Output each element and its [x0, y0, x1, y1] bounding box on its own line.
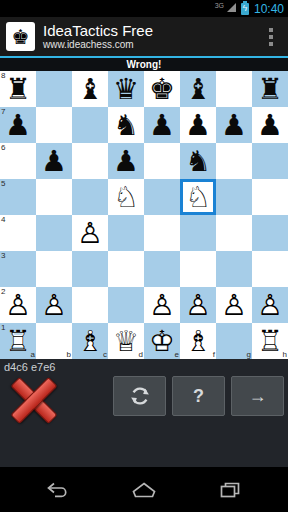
square-f3[interactable]	[180, 251, 216, 287]
piece-white-pawn: ♟♙	[0, 287, 36, 323]
question-mark-icon: ?	[193, 386, 204, 407]
android-nav-bar	[0, 467, 288, 512]
square-h2[interactable]: ♟♙	[252, 287, 288, 323]
bottom-panel: d4c6 e7e6 ?	[0, 359, 288, 467]
rank-label-4: 4	[1, 215, 5, 224]
square-b3[interactable]	[36, 251, 72, 287]
square-a1[interactable]: 1a♜♖	[0, 323, 36, 359]
back-icon[interactable]	[41, 475, 75, 505]
square-e4[interactable]	[144, 215, 180, 251]
piece-black-rook: ♜	[0, 71, 36, 107]
piece-white-pawn: ♟♙	[72, 215, 108, 251]
square-a8[interactable]: 8♜	[0, 71, 36, 107]
square-f8[interactable]: ♝	[180, 71, 216, 107]
square-g2[interactable]: ♟♙	[216, 287, 252, 323]
piece-white-bishop: ♝♗	[180, 323, 216, 359]
battery-charging-icon: ϟ	[241, 3, 249, 15]
recents-icon[interactable]	[213, 475, 247, 505]
piece-white-king: ♚♔	[144, 323, 180, 359]
square-a7[interactable]: 7♟	[0, 107, 36, 143]
square-f4[interactable]	[180, 215, 216, 251]
square-a5[interactable]: 5	[0, 179, 36, 215]
square-b6[interactable]: ♟	[36, 143, 72, 179]
file-label-g: g	[247, 350, 251, 359]
piece-white-rook: ♜♖	[0, 323, 36, 359]
square-a4[interactable]: 4	[0, 215, 36, 251]
square-e1[interactable]: e♚♔	[144, 323, 180, 359]
square-a3[interactable]: 3	[0, 251, 36, 287]
square-e6[interactable]	[144, 143, 180, 179]
action-bar: ♚ IdeaTactics Free www.ideachess.com	[0, 17, 288, 56]
piece-black-pawn: ♟	[36, 143, 72, 179]
square-e8[interactable]: ♚	[144, 71, 180, 107]
piece-black-knight: ♞	[180, 143, 216, 179]
square-h3[interactable]	[252, 251, 288, 287]
square-b8[interactable]	[36, 71, 72, 107]
square-c6[interactable]	[72, 143, 108, 179]
square-a6[interactable]: 6	[0, 143, 36, 179]
square-c2[interactable]	[72, 287, 108, 323]
piece-white-pawn: ♟♙	[144, 287, 180, 323]
piece-white-pawn: ♟♙	[36, 287, 72, 323]
square-b5[interactable]	[36, 179, 72, 215]
phone-screen: 3G ϟ 10:40 ♚ IdeaTactics Free www.ideach…	[0, 0, 288, 512]
square-g1[interactable]: g	[216, 323, 252, 359]
square-d4[interactable]	[108, 215, 144, 251]
piece-black-pawn: ♟	[216, 107, 252, 143]
rank-label-5: 5	[1, 179, 5, 188]
piece-white-rook: ♜♖	[252, 323, 288, 359]
piece-black-bishop: ♝	[180, 71, 216, 107]
piece-black-knight: ♞	[108, 107, 144, 143]
square-h7[interactable]: ♟	[252, 107, 288, 143]
red-x-icon	[10, 378, 56, 422]
piece-white-knight: ♞♘	[108, 179, 144, 215]
overflow-menu-icon[interactable]	[262, 21, 280, 52]
square-f6[interactable]: ♞	[180, 143, 216, 179]
piece-black-king: ♚	[144, 71, 180, 107]
square-f7[interactable]: ♟	[180, 107, 216, 143]
rank-label-6: 6	[1, 143, 5, 152]
square-e3[interactable]	[144, 251, 180, 287]
square-f1[interactable]: f♝♗	[180, 323, 216, 359]
square-h4[interactable]	[252, 215, 288, 251]
piece-black-rook: ♜	[252, 71, 288, 107]
square-g8[interactable]	[216, 71, 252, 107]
arrow-right-icon: →	[249, 386, 267, 407]
lightning-bolt-icon: ϟ	[243, 4, 248, 13]
square-c3[interactable]	[72, 251, 108, 287]
piece-white-queen: ♛♕	[108, 323, 144, 359]
app-title: IdeaTactics Free	[43, 22, 153, 39]
square-c5[interactable]	[72, 179, 108, 215]
square-b1[interactable]: b	[36, 323, 72, 359]
clock-time: 10:40	[254, 2, 284, 16]
piece-black-pawn: ♟	[0, 107, 36, 143]
action-bar-titles: IdeaTactics Free www.ideachess.com	[43, 22, 153, 51]
square-d7[interactable]: ♞	[108, 107, 144, 143]
hint-button[interactable]: ?	[172, 376, 225, 416]
retry-button[interactable]	[113, 376, 166, 416]
refresh-icon	[129, 385, 151, 407]
piece-black-pawn: ♟	[252, 107, 288, 143]
square-h6[interactable]	[252, 143, 288, 179]
square-d2[interactable]	[108, 287, 144, 323]
piece-black-pawn: ♟	[180, 107, 216, 143]
square-g3[interactable]	[216, 251, 252, 287]
status-bar: 3G ϟ 10:40	[0, 0, 288, 17]
piece-black-pawn: ♟	[144, 107, 180, 143]
chess-board: 8♜♝♛♚♝♜7♟♞♟♟♟♟6♟♟♞5♞♘♞♘4♟♙32♟♙♟♙♟♙♟♙♟♙♟♙…	[0, 71, 288, 359]
square-e5[interactable]	[144, 179, 180, 215]
square-b2[interactable]: ♟♙	[36, 287, 72, 323]
square-b4[interactable]	[36, 215, 72, 251]
square-d3[interactable]	[108, 251, 144, 287]
square-f2[interactable]: ♟♙	[180, 287, 216, 323]
piece-white-pawn: ♟♙	[252, 287, 288, 323]
square-c8[interactable]: ♝	[72, 71, 108, 107]
piece-white-bishop: ♝♗	[72, 323, 108, 359]
network-type-label: 3G	[215, 2, 224, 9]
signal-strength-icon	[227, 3, 236, 12]
app-subtitle: www.ideachess.com	[43, 39, 153, 51]
home-icon[interactable]	[127, 475, 161, 505]
app-logo-icon: ♚	[6, 22, 35, 51]
piece-white-knight: ♞♘	[180, 179, 216, 215]
piece-black-bishop: ♝	[72, 71, 108, 107]
square-g5[interactable]	[216, 179, 252, 215]
piece-black-queen: ♛	[108, 71, 144, 107]
square-g7[interactable]: ♟	[216, 107, 252, 143]
square-c1[interactable]: c♝♗	[72, 323, 108, 359]
piece-black-pawn: ♟	[108, 143, 144, 179]
square-d8[interactable]: ♛	[108, 71, 144, 107]
file-label-b: b	[67, 350, 71, 359]
square-h1[interactable]: h♜♖	[252, 323, 288, 359]
square-d5[interactable]: ♞♘	[108, 179, 144, 215]
result-banner: Wrong!	[0, 58, 288, 71]
square-d1[interactable]: d♛♕	[108, 323, 144, 359]
square-g6[interactable]	[216, 143, 252, 179]
puzzle-controls: ? →	[113, 376, 284, 416]
square-e2[interactable]: ♟♙	[144, 287, 180, 323]
square-a2[interactable]: 2♟♙	[0, 287, 36, 323]
move-list: d4c6 e7e6	[0, 359, 288, 373]
square-c4[interactable]: ♟♙	[72, 215, 108, 251]
square-c7[interactable]	[72, 107, 108, 143]
piece-white-pawn: ♟♙	[180, 287, 216, 323]
square-e7[interactable]: ♟	[144, 107, 180, 143]
square-h5[interactable]	[252, 179, 288, 215]
rank-label-3: 3	[1, 251, 5, 260]
square-h8[interactable]: ♜	[252, 71, 288, 107]
piece-white-pawn: ♟♙	[216, 287, 252, 323]
square-d6[interactable]: ♟	[108, 143, 144, 179]
square-b7[interactable]	[36, 107, 72, 143]
next-button[interactable]: →	[231, 376, 284, 416]
square-g4[interactable]	[216, 215, 252, 251]
square-f5[interactable]: ♞♘	[180, 179, 216, 215]
